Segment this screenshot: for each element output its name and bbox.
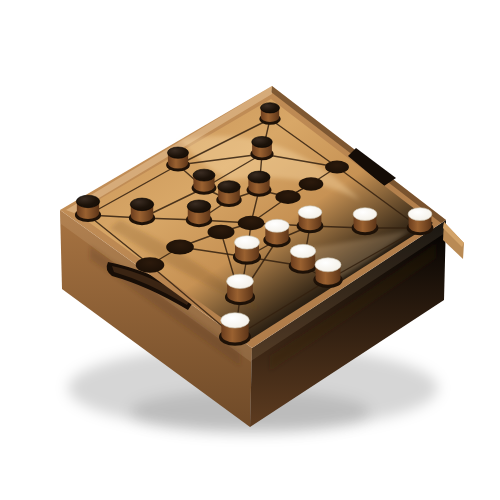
white-peg-top <box>298 206 322 219</box>
white-peg-top <box>265 219 289 232</box>
black-peg[interactable] <box>259 103 280 125</box>
black-peg-top <box>248 171 270 183</box>
white-peg[interactable] <box>219 313 251 346</box>
black-peg[interactable] <box>247 171 272 197</box>
white-peg-top <box>227 274 254 288</box>
black-peg-top <box>218 181 241 193</box>
black-peg-top <box>130 198 153 211</box>
game-board-photo <box>0 0 500 500</box>
empty-hole[interactable] <box>166 239 194 254</box>
empty-hole-point[interactable] <box>299 177 324 190</box>
empty-hole[interactable] <box>299 177 324 190</box>
empty-hole[interactable] <box>275 190 300 204</box>
black-peg[interactable] <box>250 136 273 160</box>
white-peg[interactable] <box>289 244 318 273</box>
empty-hole-point[interactable] <box>166 239 194 254</box>
black-peg[interactable] <box>192 169 217 195</box>
white-peg-top <box>290 244 315 258</box>
black-peg[interactable] <box>186 200 212 227</box>
empty-hole[interactable] <box>238 216 265 230</box>
white-peg[interactable] <box>225 274 255 305</box>
black-peg[interactable] <box>75 195 101 222</box>
black-peg-top <box>76 195 99 207</box>
white-peg[interactable] <box>297 206 324 233</box>
empty-hole[interactable] <box>325 161 349 174</box>
product-photo-scene <box>0 0 500 500</box>
black-peg-top <box>187 200 210 213</box>
white-peg[interactable] <box>263 219 290 247</box>
empty-hole[interactable] <box>136 257 165 273</box>
black-peg-top <box>252 136 273 147</box>
white-peg-top <box>234 236 259 249</box>
black-peg[interactable] <box>166 147 190 171</box>
black-peg[interactable] <box>129 198 155 225</box>
empty-hole-point[interactable] <box>136 257 165 273</box>
white-peg[interactable] <box>313 258 342 288</box>
empty-hole-point[interactable] <box>275 190 300 204</box>
white-peg-top <box>408 208 432 221</box>
black-peg-top <box>260 103 279 113</box>
white-peg-top <box>353 208 377 221</box>
empty-hole[interactable] <box>208 225 235 240</box>
empty-hole-point[interactable] <box>325 161 349 174</box>
white-peg[interactable] <box>407 208 434 236</box>
black-peg[interactable] <box>216 181 241 207</box>
white-peg-top <box>221 313 250 328</box>
black-peg-top <box>167 147 188 158</box>
white-peg[interactable] <box>233 236 261 265</box>
white-peg[interactable] <box>352 208 379 236</box>
white-peg-top <box>315 258 341 272</box>
empty-hole-point[interactable] <box>208 225 235 240</box>
black-peg-top <box>193 169 215 181</box>
empty-hole-point[interactable] <box>238 216 265 230</box>
